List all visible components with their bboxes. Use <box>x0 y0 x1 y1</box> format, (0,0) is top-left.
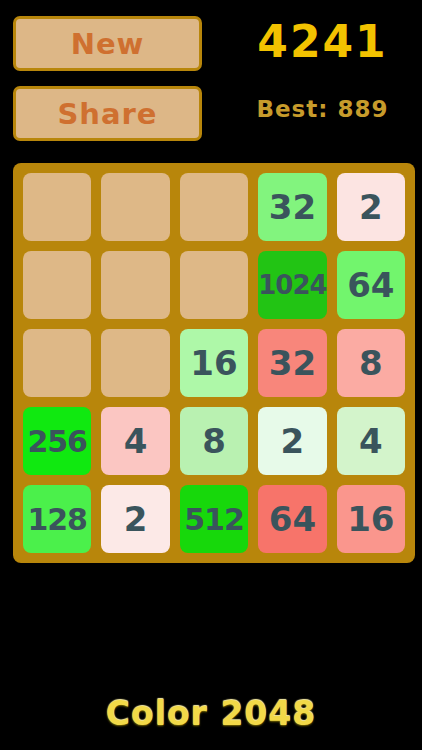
score-panel: 4241 Best: 889 <box>235 16 410 146</box>
tile-32: 32 <box>258 173 326 241</box>
empty-cell <box>180 251 248 319</box>
header: New Share 4241 Best: 889 <box>13 16 422 146</box>
tile-256: 256 <box>23 407 91 475</box>
tile-64: 64 <box>258 485 326 553</box>
empty-cell <box>101 329 169 397</box>
button-column: New Share <box>13 16 202 146</box>
best-score: Best: 889 <box>256 96 388 122</box>
empty-cell <box>23 251 91 319</box>
tile-512: 512 <box>180 485 248 553</box>
game-title: Color 2048 <box>0 694 422 733</box>
tile-2: 2 <box>258 407 326 475</box>
tile-64: 64 <box>337 251 405 319</box>
tile-16: 16 <box>180 329 248 397</box>
board-grid[interactable]: 32210246416328256482412825126416 <box>13 163 415 563</box>
tile-2: 2 <box>337 173 405 241</box>
new-game-button[interactable]: New <box>13 16 202 71</box>
tile-2: 2 <box>101 485 169 553</box>
tile-128: 128 <box>23 485 91 553</box>
tile-8: 8 <box>180 407 248 475</box>
tile-16: 16 <box>337 485 405 553</box>
share-button[interactable]: Share <box>13 86 202 141</box>
tile-32: 32 <box>258 329 326 397</box>
empty-cell <box>101 173 169 241</box>
empty-cell <box>180 173 248 241</box>
empty-cell <box>23 173 91 241</box>
tile-4: 4 <box>101 407 169 475</box>
empty-cell <box>23 329 91 397</box>
empty-cell <box>101 251 169 319</box>
tile-1024: 1024 <box>258 251 326 319</box>
current-score: 4241 <box>257 16 387 68</box>
tile-8: 8 <box>337 329 405 397</box>
tile-4: 4 <box>337 407 405 475</box>
